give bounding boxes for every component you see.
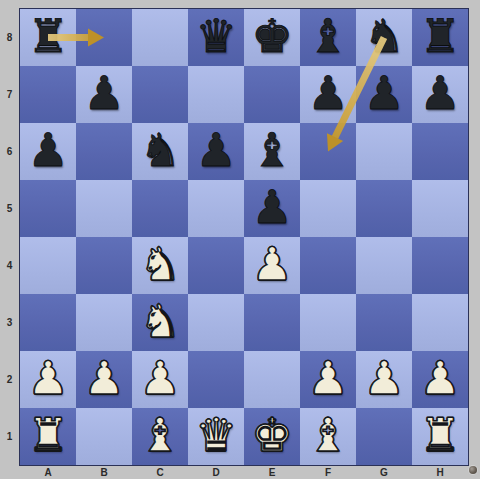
piece-black-knight: ♞ <box>139 127 180 173</box>
file-label-f: F <box>300 466 356 479</box>
square-e1[interactable]: ♚ <box>244 408 300 465</box>
square-e8[interactable]: ♚ <box>244 9 300 66</box>
square-f3[interactable] <box>300 294 356 351</box>
square-b3[interactable] <box>76 294 132 351</box>
square-a1[interactable]: ♜ <box>20 408 76 465</box>
piece-black-pawn: ♟ <box>27 127 68 173</box>
rank-label-5: 5 <box>0 180 19 237</box>
file-label-b: B <box>76 466 132 479</box>
file-label-g: G <box>356 466 412 479</box>
square-g2[interactable]: ♟ <box>356 351 412 408</box>
square-a7[interactable] <box>20 66 76 123</box>
square-b1[interactable] <box>76 408 132 465</box>
piece-white-rook: ♜ <box>419 412 460 458</box>
square-f6[interactable] <box>300 123 356 180</box>
rank-label-4: 4 <box>0 237 19 294</box>
square-h4[interactable] <box>412 237 468 294</box>
square-g4[interactable] <box>356 237 412 294</box>
piece-white-knight: ♞ <box>139 241 180 287</box>
file-label-c: C <box>132 466 188 479</box>
square-a4[interactable] <box>20 237 76 294</box>
piece-black-knight: ♞ <box>363 13 404 59</box>
square-d3[interactable] <box>188 294 244 351</box>
piece-black-pawn: ♟ <box>307 70 348 116</box>
piece-white-rook: ♜ <box>27 412 68 458</box>
square-c5[interactable] <box>132 180 188 237</box>
square-g6[interactable] <box>356 123 412 180</box>
piece-white-pawn: ♟ <box>363 355 404 401</box>
square-a3[interactable] <box>20 294 76 351</box>
rank-labels: 87654321 <box>0 9 19 465</box>
file-label-h: H <box>412 466 468 479</box>
square-d2[interactable] <box>188 351 244 408</box>
square-a6[interactable]: ♟ <box>20 123 76 180</box>
rank-label-8: 8 <box>0 9 19 66</box>
square-e3[interactable] <box>244 294 300 351</box>
piece-white-pawn: ♟ <box>419 355 460 401</box>
piece-black-pawn: ♟ <box>83 70 124 116</box>
square-c3[interactable]: ♞ <box>132 294 188 351</box>
rank-label-7: 7 <box>0 66 19 123</box>
piece-black-king: ♚ <box>251 13 292 59</box>
piece-black-rook: ♜ <box>27 13 68 59</box>
square-e4[interactable]: ♟ <box>244 237 300 294</box>
square-f5[interactable] <box>300 180 356 237</box>
piece-white-pawn: ♟ <box>307 355 348 401</box>
piece-black-bishop: ♝ <box>307 13 348 59</box>
piece-white-knight: ♞ <box>139 298 180 344</box>
square-a8[interactable]: ♜ <box>20 9 76 66</box>
square-g7[interactable]: ♟ <box>356 66 412 123</box>
square-g5[interactable] <box>356 180 412 237</box>
file-label-d: D <box>188 466 244 479</box>
square-f7[interactable]: ♟ <box>300 66 356 123</box>
square-f1[interactable]: ♝ <box>300 408 356 465</box>
rank-label-3: 3 <box>0 294 19 351</box>
square-d8[interactable]: ♛ <box>188 9 244 66</box>
square-d1[interactable]: ♛ <box>188 408 244 465</box>
square-c2[interactable]: ♟ <box>132 351 188 408</box>
square-h3[interactable] <box>412 294 468 351</box>
piece-white-bishop: ♝ <box>139 412 180 458</box>
piece-black-rook: ♜ <box>419 13 460 59</box>
piece-black-bishop: ♝ <box>251 127 292 173</box>
piece-black-pawn: ♟ <box>195 127 236 173</box>
piece-white-pawn: ♟ <box>251 241 292 287</box>
square-h2[interactable]: ♟ <box>412 351 468 408</box>
square-c4[interactable]: ♞ <box>132 237 188 294</box>
piece-black-pawn: ♟ <box>251 184 292 230</box>
square-c7[interactable] <box>132 66 188 123</box>
square-e7[interactable] <box>244 66 300 123</box>
square-g3[interactable] <box>356 294 412 351</box>
square-f4[interactable] <box>300 237 356 294</box>
square-f8[interactable]: ♝ <box>300 9 356 66</box>
square-a2[interactable]: ♟ <box>20 351 76 408</box>
chess-board: ♜♛♚♝♞♜♟♟♟♟♟♞♟♝♟♞♟♞♟♟♟♟♟♟♜♝♛♚♝♜ <box>19 8 469 466</box>
square-e6[interactable]: ♝ <box>244 123 300 180</box>
piece-white-queen: ♛ <box>195 412 236 458</box>
square-b7[interactable]: ♟ <box>76 66 132 123</box>
square-c1[interactable]: ♝ <box>132 408 188 465</box>
square-e5[interactable]: ♟ <box>244 180 300 237</box>
piece-white-pawn: ♟ <box>139 355 180 401</box>
rank-label-1: 1 <box>0 408 19 465</box>
square-h8[interactable]: ♜ <box>412 9 468 66</box>
square-b5[interactable] <box>76 180 132 237</box>
piece-black-queen: ♛ <box>195 13 236 59</box>
square-h5[interactable] <box>412 180 468 237</box>
square-f2[interactable]: ♟ <box>300 351 356 408</box>
square-d5[interactable] <box>188 180 244 237</box>
file-label-a: A <box>20 466 76 479</box>
file-label-e: E <box>244 466 300 479</box>
square-h1[interactable]: ♜ <box>412 408 468 465</box>
piece-white-king: ♚ <box>251 412 292 458</box>
file-labels: ABCDEFGH <box>20 466 468 479</box>
square-c6[interactable]: ♞ <box>132 123 188 180</box>
piece-black-pawn: ♟ <box>419 70 460 116</box>
piece-black-pawn: ♟ <box>363 70 404 116</box>
square-g8[interactable]: ♞ <box>356 9 412 66</box>
square-b8[interactable] <box>76 9 132 66</box>
square-h7[interactable]: ♟ <box>412 66 468 123</box>
square-e2[interactable] <box>244 351 300 408</box>
square-d6[interactable]: ♟ <box>188 123 244 180</box>
square-b4[interactable] <box>76 237 132 294</box>
square-d4[interactable] <box>188 237 244 294</box>
square-c8[interactable] <box>132 9 188 66</box>
square-b6[interactable] <box>76 123 132 180</box>
square-h6[interactable] <box>412 123 468 180</box>
piece-white-bishop: ♝ <box>307 412 348 458</box>
square-g1[interactable] <box>356 408 412 465</box>
square-b2[interactable]: ♟ <box>76 351 132 408</box>
square-d7[interactable] <box>188 66 244 123</box>
corner-dot-icon <box>469 466 477 474</box>
rank-label-6: 6 <box>0 123 19 180</box>
piece-white-pawn: ♟ <box>83 355 124 401</box>
rank-label-2: 2 <box>0 351 19 408</box>
piece-white-pawn: ♟ <box>27 355 68 401</box>
square-a5[interactable] <box>20 180 76 237</box>
